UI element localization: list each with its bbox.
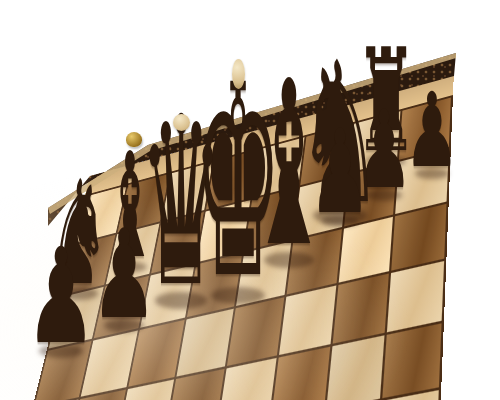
square xyxy=(387,261,444,332)
piece-pawn-b: ♟ xyxy=(91,213,157,336)
piece-pawn-a: ♟ xyxy=(25,230,96,362)
square xyxy=(391,203,446,271)
square xyxy=(326,335,385,400)
square xyxy=(332,274,389,344)
piece-king-finial xyxy=(232,59,245,89)
square xyxy=(383,323,442,397)
piece-queen-finial xyxy=(173,114,190,131)
chess-set-photo: ♜♟♟♞♟♝♝♞♚♛♟♟ xyxy=(0,0,500,400)
